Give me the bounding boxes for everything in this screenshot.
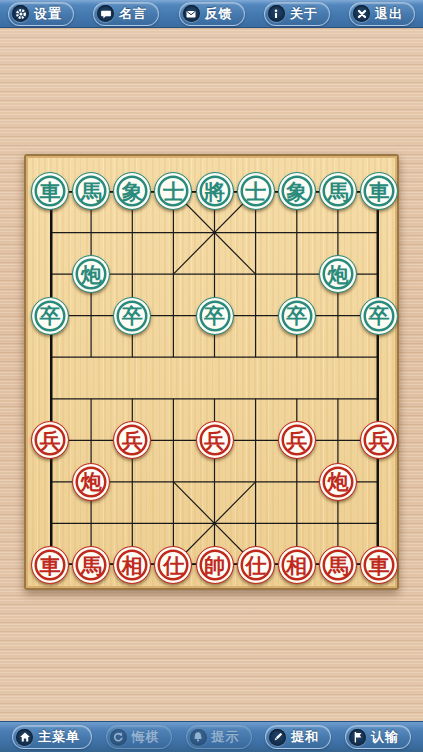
piece-black-r2c7[interactable]: 炮 (319, 255, 357, 293)
bell-icon (190, 729, 207, 746)
piece-black-r3c8[interactable]: 卒 (360, 297, 398, 335)
piece-black-r2c1[interactable]: 炮 (72, 255, 110, 293)
piece-red-r9c8[interactable]: 車 (360, 546, 398, 584)
offer-draw-button[interactable]: 提和 (265, 725, 331, 749)
piece-black-r0c6[interactable]: 象 (278, 172, 316, 210)
piece-red-r9c4[interactable]: 帥 (196, 546, 234, 584)
xiangqi-board[interactable]: 車馬象士將士象馬車炮炮卒卒卒卒卒兵兵兵兵兵炮炮車馬相仕帥仕相馬車 (24, 154, 399, 590)
bottom-toolbar: 主菜单 悔棋 提示 提和 认输 (0, 721, 423, 752)
main-menu-button[interactable]: 主菜单 (12, 725, 92, 749)
quotes-button[interactable]: 名言 (93, 2, 159, 26)
home-icon (16, 729, 33, 746)
undo-move-label: 悔棋 (132, 728, 160, 746)
about-button[interactable]: 关于 (264, 2, 330, 26)
piece-black-r0c2[interactable]: 象 (113, 172, 151, 210)
piece-red-r7c7[interactable]: 炮 (319, 463, 357, 501)
close-icon (353, 5, 370, 22)
piece-red-r6c4[interactable]: 兵 (196, 421, 234, 459)
piece-red-r9c0[interactable]: 車 (31, 546, 69, 584)
piece-red-r9c5[interactable]: 仕 (237, 546, 275, 584)
piece-black-r0c4[interactable]: 將 (196, 172, 234, 210)
hint-label: 提示 (212, 728, 240, 746)
envelope-icon (183, 5, 200, 22)
about-label: 关于 (290, 5, 318, 23)
xiangqi-app: { "game": "xiangqi", "position": { "fen"… (0, 0, 423, 752)
piece-black-r3c4[interactable]: 卒 (196, 297, 234, 335)
undo-icon (110, 729, 127, 746)
flag-icon (349, 729, 366, 746)
exit-label: 退出 (375, 5, 403, 23)
settings-label: 设置 (34, 5, 62, 23)
top-toolbar: 设置 名言 反馈 关于 退出 (0, 0, 423, 28)
piece-black-r3c2[interactable]: 卒 (113, 297, 151, 335)
feedback-button[interactable]: 反馈 (179, 2, 245, 26)
pencil-icon (269, 729, 286, 746)
exit-button[interactable]: 退出 (349, 2, 415, 26)
piece-red-r9c2[interactable]: 相 (113, 546, 151, 584)
hint-button[interactable]: 提示 (186, 725, 252, 749)
feedback-label: 反馈 (205, 5, 233, 23)
piece-black-r3c6[interactable]: 卒 (278, 297, 316, 335)
gear-icon (12, 5, 29, 22)
settings-button[interactable]: 设置 (8, 2, 74, 26)
piece-red-r9c1[interactable]: 馬 (72, 546, 110, 584)
piece-black-r0c7[interactable]: 馬 (319, 172, 357, 210)
piece-red-r9c7[interactable]: 馬 (319, 546, 357, 584)
piece-red-r7c1[interactable]: 炮 (72, 463, 110, 501)
piece-red-r9c3[interactable]: 仕 (154, 546, 192, 584)
piece-black-r0c5[interactable]: 士 (237, 172, 275, 210)
board-grid (50, 191, 379, 565)
quotes-label: 名言 (119, 5, 147, 23)
undo-move-button[interactable]: 悔棋 (106, 725, 172, 749)
piece-red-r6c8[interactable]: 兵 (360, 421, 398, 459)
offer-draw-label: 提和 (291, 728, 319, 746)
piece-black-r0c0[interactable]: 車 (31, 172, 69, 210)
piece-red-r6c6[interactable]: 兵 (278, 421, 316, 459)
piece-black-r0c1[interactable]: 馬 (72, 172, 110, 210)
resign-button[interactable]: 认输 (345, 725, 411, 749)
piece-red-r9c6[interactable]: 相 (278, 546, 316, 584)
piece-black-r3c0[interactable]: 卒 (31, 297, 69, 335)
piece-black-r0c8[interactable]: 車 (360, 172, 398, 210)
resign-label: 认输 (371, 728, 399, 746)
main-menu-label: 主菜单 (38, 728, 80, 746)
info-icon (268, 5, 285, 22)
speech-bubble-icon (97, 5, 114, 22)
